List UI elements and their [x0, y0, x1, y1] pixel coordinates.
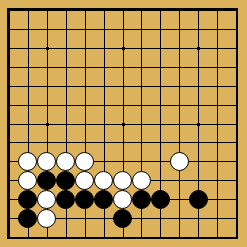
white-stone: [113, 171, 132, 190]
star-point: [197, 47, 200, 50]
black-stone: [113, 209, 132, 228]
black-stone: [189, 190, 208, 209]
star-point: [46, 47, 49, 50]
star-point: [46, 123, 49, 126]
white-stone: [75, 152, 94, 171]
black-stone: [151, 190, 170, 209]
white-stone: [37, 152, 56, 171]
white-stone: [18, 152, 37, 171]
go-board-diagram: [0, 0, 247, 247]
black-stone: [18, 209, 37, 228]
goban: [7, 8, 238, 239]
black-stone: [37, 171, 56, 190]
black-stone: [132, 190, 151, 209]
white-stone: [75, 171, 94, 190]
white-stone: [37, 209, 56, 228]
star-point: [122, 123, 125, 126]
black-stone: [56, 190, 75, 209]
white-stone: [18, 171, 37, 190]
black-stone: [94, 190, 113, 209]
white-stone: [37, 190, 56, 209]
black-stone: [75, 190, 94, 209]
black-stone: [18, 190, 37, 209]
star-point: [197, 123, 200, 126]
white-stone: [94, 171, 113, 190]
star-point: [122, 47, 125, 50]
black-stone: [56, 171, 75, 190]
white-stone: [132, 171, 151, 190]
white-stone: [56, 152, 75, 171]
white-stone: [113, 190, 132, 209]
white-stone: [170, 152, 189, 171]
